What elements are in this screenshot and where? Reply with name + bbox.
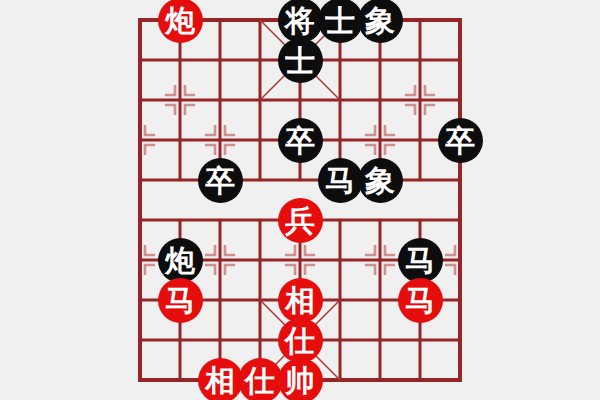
point-7-3[interactable] (400, 120, 440, 160)
red-horse[interactable]: 马 (158, 278, 203, 323)
point-6-3[interactable] (360, 120, 400, 160)
red-horse[interactable]: 马 (398, 278, 443, 323)
red-advisor[interactable]: 仕 (238, 358, 283, 400)
point-7-4[interactable] (400, 160, 440, 200)
point-8-6[interactable] (440, 240, 480, 280)
point-1-0[interactable]: 炮 (160, 0, 200, 40)
point-4-8[interactable]: 仕 (280, 320, 320, 360)
point-1-2[interactable] (160, 80, 200, 120)
red-king[interactable]: 帅 (278, 358, 323, 400)
point-6-8[interactable] (360, 320, 400, 360)
point-5-3[interactable] (320, 120, 360, 160)
point-7-0[interactable] (400, 0, 440, 40)
point-1-1[interactable] (160, 40, 200, 80)
point-7-8[interactable] (400, 320, 440, 360)
point-5-1[interactable] (320, 40, 360, 80)
black-horse[interactable]: 马 (398, 238, 443, 283)
point-1-8[interactable] (160, 320, 200, 360)
point-2-3[interactable] (200, 120, 240, 160)
point-0-9[interactable] (120, 360, 160, 400)
point-1-4[interactable] (160, 160, 200, 200)
point-6-4[interactable]: 象 (360, 160, 400, 200)
red-cannon[interactable]: 炮 (158, 0, 203, 43)
point-5-7[interactable] (320, 280, 360, 320)
red-elephant[interactable]: 相 (278, 278, 323, 323)
red-advisor[interactable]: 仕 (278, 318, 323, 363)
point-0-3[interactable] (120, 120, 160, 160)
point-5-5[interactable] (320, 200, 360, 240)
black-elephant[interactable]: 象 (358, 0, 403, 43)
point-4-9[interactable]: 帅 (280, 360, 320, 400)
point-0-0[interactable] (120, 0, 160, 40)
point-5-2[interactable] (320, 80, 360, 120)
point-2-8[interactable] (200, 320, 240, 360)
point-8-0[interactable] (440, 0, 480, 40)
xiangqi-board: 炮将士象士卒卒卒马象兵炮马马相马仕相仕帅 (120, 0, 480, 400)
point-8-8[interactable] (440, 320, 480, 360)
point-3-6[interactable] (240, 240, 280, 280)
black-advisor[interactable]: 士 (278, 38, 323, 83)
black-soldier[interactable]: 卒 (198, 158, 243, 203)
black-horse[interactable]: 马 (318, 158, 363, 203)
point-1-3[interactable] (160, 120, 200, 160)
black-king[interactable]: 将 (278, 0, 323, 43)
point-7-5[interactable] (400, 200, 440, 240)
point-2-7[interactable] (200, 280, 240, 320)
point-0-4[interactable] (120, 160, 160, 200)
point-3-5[interactable] (240, 200, 280, 240)
point-8-2[interactable] (440, 80, 480, 120)
point-3-1[interactable] (240, 40, 280, 80)
point-6-1[interactable] (360, 40, 400, 80)
point-2-5[interactable] (200, 200, 240, 240)
point-8-5[interactable] (440, 200, 480, 240)
point-2-9[interactable]: 相 (200, 360, 240, 400)
point-4-4[interactable] (280, 160, 320, 200)
point-8-9[interactable] (440, 360, 480, 400)
point-0-5[interactable] (120, 200, 160, 240)
point-3-2[interactable] (240, 80, 280, 120)
black-elephant[interactable]: 象 (358, 158, 403, 203)
point-2-0[interactable] (200, 0, 240, 40)
point-7-6[interactable]: 马 (400, 240, 440, 280)
point-6-5[interactable] (360, 200, 400, 240)
point-4-0[interactable]: 将 (280, 0, 320, 40)
point-3-7[interactable] (240, 280, 280, 320)
point-8-1[interactable] (440, 40, 480, 80)
point-1-6[interactable]: 炮 (160, 240, 200, 280)
point-7-1[interactable] (400, 40, 440, 80)
point-4-1[interactable]: 士 (280, 40, 320, 80)
point-4-3[interactable]: 卒 (280, 120, 320, 160)
red-soldier[interactable]: 兵 (278, 198, 323, 243)
point-3-4[interactable] (240, 160, 280, 200)
point-7-2[interactable] (400, 80, 440, 120)
point-6-9[interactable] (360, 360, 400, 400)
point-1-7[interactable]: 马 (160, 280, 200, 320)
point-4-6[interactable] (280, 240, 320, 280)
black-soldier[interactable]: 卒 (278, 118, 323, 163)
point-6-6[interactable] (360, 240, 400, 280)
point-5-8[interactable] (320, 320, 360, 360)
point-6-0[interactable]: 象 (360, 0, 400, 40)
point-4-7[interactable]: 相 (280, 280, 320, 320)
point-4-5[interactable]: 兵 (280, 200, 320, 240)
point-3-9[interactable]: 仕 (240, 360, 280, 400)
point-7-9[interactable] (400, 360, 440, 400)
point-5-9[interactable] (320, 360, 360, 400)
point-3-8[interactable] (240, 320, 280, 360)
xiangqi-board-screenshot: 炮将士象士卒卒卒马象兵炮马马相马仕相仕帅 (0, 0, 600, 400)
red-elephant[interactable]: 相 (198, 358, 243, 400)
point-8-3[interactable]: 卒 (440, 120, 480, 160)
point-5-6[interactable] (320, 240, 360, 280)
point-1-5[interactable] (160, 200, 200, 240)
point-2-4[interactable]: 卒 (200, 160, 240, 200)
point-6-2[interactable] (360, 80, 400, 120)
point-0-7[interactable] (120, 280, 160, 320)
point-3-3[interactable] (240, 120, 280, 160)
point-0-2[interactable] (120, 80, 160, 120)
point-3-0[interactable] (240, 0, 280, 40)
point-4-2[interactable] (280, 80, 320, 120)
black-cannon[interactable]: 炮 (158, 238, 203, 283)
point-0-6[interactable] (120, 240, 160, 280)
point-5-0[interactable]: 士 (320, 0, 360, 40)
point-0-1[interactable] (120, 40, 160, 80)
point-2-2[interactable] (200, 80, 240, 120)
black-advisor[interactable]: 士 (318, 0, 363, 43)
point-7-7[interactable]: 马 (400, 280, 440, 320)
point-8-4[interactable] (440, 160, 480, 200)
point-8-7[interactable] (440, 280, 480, 320)
black-soldier[interactable]: 卒 (438, 118, 483, 163)
point-6-7[interactable] (360, 280, 400, 320)
point-5-4[interactable]: 马 (320, 160, 360, 200)
point-2-6[interactable] (200, 240, 240, 280)
point-1-9[interactable] (160, 360, 200, 400)
point-2-1[interactable] (200, 40, 240, 80)
point-0-8[interactable] (120, 320, 160, 360)
